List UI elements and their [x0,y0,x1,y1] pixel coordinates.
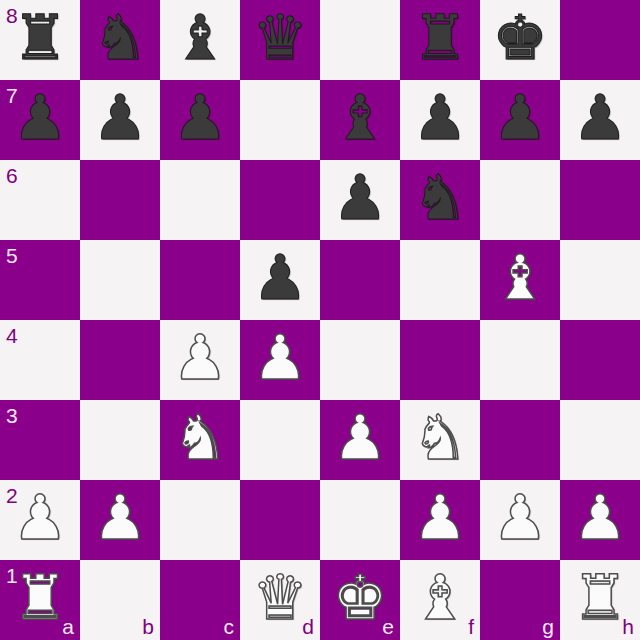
square-g7[interactable]: ♟ [480,80,560,160]
black-rook-icon: ♜ [412,7,468,69]
chess-board: 8♜♞♝♛♜♚7♟♟♟♝♟♟♟6♟♞5♟♝4♟♟3♞♟♞2♟♟♟♟♟1a♜bcd… [0,0,640,640]
white-rook-icon: ♜ [572,567,628,629]
square-f2[interactable]: ♟ [400,480,480,560]
white-pawn-icon: ♟ [332,407,388,469]
white-knight-icon: ♞ [172,407,228,469]
square-c8[interactable]: ♝ [160,0,240,80]
square-c6[interactable] [160,160,240,240]
square-e8[interactable] [320,0,400,80]
square-f8[interactable]: ♜ [400,0,480,80]
square-e5[interactable] [320,240,400,320]
black-rook-icon: ♜ [12,7,68,69]
square-d7[interactable] [240,80,320,160]
square-g6[interactable] [480,160,560,240]
square-h2[interactable]: ♟ [560,480,640,560]
square-a1[interactable]: 1a♜ [0,560,80,640]
square-g4[interactable] [480,320,560,400]
black-king-icon: ♚ [492,7,548,69]
black-bishop-icon: ♝ [172,7,228,69]
square-e1[interactable]: e♚ [320,560,400,640]
rank-label: 6 [6,165,18,186]
square-g3[interactable] [480,400,560,480]
square-a6[interactable]: 6 [0,160,80,240]
square-e7[interactable]: ♝ [320,80,400,160]
square-h6[interactable] [560,160,640,240]
black-pawn-icon: ♟ [12,87,68,149]
square-f6[interactable]: ♞ [400,160,480,240]
square-a5[interactable]: 5 [0,240,80,320]
white-pawn-icon: ♟ [572,487,628,549]
white-bishop-icon: ♝ [412,567,468,629]
square-h5[interactable] [560,240,640,320]
black-pawn-icon: ♟ [92,87,148,149]
square-a3[interactable]: 3 [0,400,80,480]
file-label: f [468,616,474,637]
square-f7[interactable]: ♟ [400,80,480,160]
black-queen-icon: ♛ [252,7,308,69]
square-b7[interactable]: ♟ [80,80,160,160]
square-h1[interactable]: h♜ [560,560,640,640]
square-f4[interactable] [400,320,480,400]
square-b6[interactable] [80,160,160,240]
square-c1[interactable]: c [160,560,240,640]
square-h7[interactable]: ♟ [560,80,640,160]
square-b1[interactable]: b [80,560,160,640]
square-c5[interactable] [160,240,240,320]
square-d6[interactable] [240,160,320,240]
square-f5[interactable] [400,240,480,320]
rank-label: 3 [6,405,18,426]
white-pawn-icon: ♟ [12,487,68,549]
square-c7[interactable]: ♟ [160,80,240,160]
square-b2[interactable]: ♟ [80,480,160,560]
black-pawn-icon: ♟ [172,87,228,149]
square-g8[interactable]: ♚ [480,0,560,80]
white-pawn-icon: ♟ [92,487,148,549]
square-e3[interactable]: ♟ [320,400,400,480]
white-knight-icon: ♞ [412,407,468,469]
black-pawn-icon: ♟ [492,87,548,149]
square-b4[interactable] [80,320,160,400]
white-rook-icon: ♜ [12,567,68,629]
square-b5[interactable] [80,240,160,320]
square-c3[interactable]: ♞ [160,400,240,480]
black-pawn-icon: ♟ [252,247,308,309]
white-bishop-icon: ♝ [492,247,548,309]
black-knight-icon: ♞ [92,7,148,69]
square-g2[interactable]: ♟ [480,480,560,560]
square-d5[interactable]: ♟ [240,240,320,320]
rank-label: 4 [6,325,18,346]
square-a4[interactable]: 4 [0,320,80,400]
square-h8[interactable] [560,0,640,80]
square-d3[interactable] [240,400,320,480]
rank-label: 5 [6,245,18,266]
square-h4[interactable] [560,320,640,400]
white-pawn-icon: ♟ [492,487,548,549]
file-label: c [224,616,235,637]
square-c4[interactable]: ♟ [160,320,240,400]
square-c2[interactable] [160,480,240,560]
square-g1[interactable]: g [480,560,560,640]
square-h3[interactable] [560,400,640,480]
square-b8[interactable]: ♞ [80,0,160,80]
square-d4[interactable]: ♟ [240,320,320,400]
black-bishop-icon: ♝ [332,87,388,149]
square-e4[interactable] [320,320,400,400]
white-king-icon: ♚ [332,567,388,629]
white-pawn-icon: ♟ [172,327,228,389]
square-d8[interactable]: ♛ [240,0,320,80]
white-pawn-icon: ♟ [412,487,468,549]
square-e2[interactable] [320,480,400,560]
square-e6[interactable]: ♟ [320,160,400,240]
square-a7[interactable]: 7♟ [0,80,80,160]
white-pawn-icon: ♟ [252,327,308,389]
square-f1[interactable]: f♝ [400,560,480,640]
square-f3[interactable]: ♞ [400,400,480,480]
file-label: g [542,616,554,637]
square-b3[interactable] [80,400,160,480]
file-label: b [142,616,154,637]
square-d1[interactable]: d♛ [240,560,320,640]
black-pawn-icon: ♟ [332,167,388,229]
black-knight-icon: ♞ [412,167,468,229]
black-pawn-icon: ♟ [412,87,468,149]
square-g5[interactable]: ♝ [480,240,560,320]
white-queen-icon: ♛ [252,567,308,629]
square-d2[interactable] [240,480,320,560]
square-a8[interactable]: 8♜ [0,0,80,80]
black-pawn-icon: ♟ [572,87,628,149]
square-a2[interactable]: 2♟ [0,480,80,560]
